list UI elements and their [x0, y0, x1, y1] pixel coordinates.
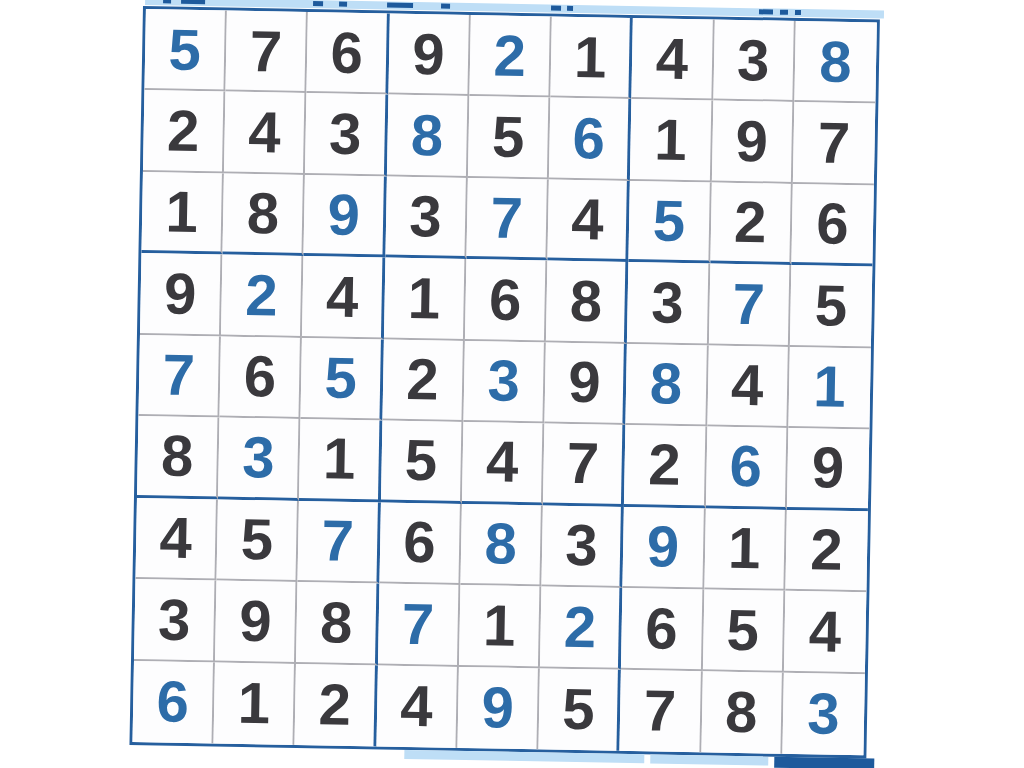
top-strip-fragment [795, 10, 801, 15]
sudoku-board: 5769214382438561971893745269241683757652… [129, 6, 879, 758]
cell-r8c2[interactable]: 9 [215, 581, 298, 664]
top-strip-fragment [780, 10, 788, 15]
cell-digit: 5 [404, 431, 437, 490]
cell-digit: 8 [484, 515, 517, 574]
top-strip-fragment [441, 3, 450, 8]
top-strip-fragment [759, 9, 773, 14]
cell-digit: 9 [735, 112, 768, 171]
bottom-artifact-strip-dark [774, 757, 874, 768]
cell-digit: 6 [645, 599, 678, 658]
cell-r6c7[interactable]: 2 [624, 425, 707, 508]
cell-digit: 3 [807, 685, 840, 744]
cell-digit: 9 [568, 353, 601, 412]
top-strip-fragment [567, 6, 573, 11]
cell-digit: 2 [493, 26, 526, 85]
cell-digit: 7 [643, 682, 676, 741]
cell-r1c6[interactable]: 1 [550, 16, 633, 99]
cell-digit: 5 [240, 510, 273, 569]
cell-r3c6[interactable]: 4 [548, 179, 631, 262]
cell-digit: 1 [165, 183, 198, 242]
cell-r8c9[interactable]: 4 [784, 591, 867, 674]
cell-r1c4[interactable]: 9 [388, 14, 471, 97]
cell-r1c9[interactable]: 8 [794, 21, 877, 104]
cell-digit: 9 [239, 592, 272, 651]
cell-r7c7[interactable]: 9 [623, 507, 706, 590]
cell-r2c7[interactable]: 1 [630, 99, 713, 182]
cell-digit: 5 [562, 680, 595, 739]
cell-digit: 4 [326, 267, 359, 326]
cell-r4c2[interactable]: 2 [221, 255, 304, 338]
cell-r9c5[interactable]: 9 [457, 666, 540, 749]
cell-digit: 3 [565, 516, 598, 575]
cell-digit: 7 [566, 434, 599, 493]
cell-r7c9[interactable]: 2 [785, 510, 868, 593]
cell-r3c8[interactable]: 2 [710, 182, 793, 265]
cell-r3c1[interactable]: 1 [141, 172, 224, 255]
cell-digit: 8 [819, 32, 852, 91]
cell-digit: 7 [162, 346, 195, 405]
cell-digit: 3 [487, 352, 520, 411]
cell-digit: 1 [654, 111, 687, 170]
cell-r8c8[interactable]: 5 [702, 589, 785, 672]
cell-r5c3[interactable]: 5 [301, 338, 384, 421]
cell-r9c7[interactable]: 7 [620, 669, 703, 752]
cell-r1c8[interactable]: 3 [713, 19, 796, 102]
cell-digit: 1 [407, 269, 440, 328]
cell-digit: 7 [249, 22, 282, 81]
cell-r2c4[interactable]: 8 [387, 95, 470, 178]
cell-r8c3[interactable]: 8 [296, 582, 379, 665]
cell-digit: 6 [243, 347, 276, 406]
top-strip-fragment [387, 2, 413, 7]
cell-digit: 8 [320, 593, 353, 652]
cell-r1c2[interactable]: 7 [226, 11, 309, 94]
cell-digit: 1 [813, 358, 846, 417]
cell-r4c8[interactable]: 7 [708, 264, 791, 347]
cell-digit: 8 [161, 427, 194, 486]
cell-r2c3[interactable]: 3 [305, 93, 388, 176]
cell-r3c5[interactable]: 7 [466, 178, 549, 261]
cell-digit: 6 [572, 109, 605, 168]
cell-r9c2[interactable]: 1 [214, 662, 297, 745]
top-strip-fragment [551, 5, 561, 10]
cell-r6c5[interactable]: 4 [462, 422, 545, 505]
cell-digit: 5 [814, 276, 847, 335]
cell-digit: 4 [655, 29, 688, 88]
cell-digit: 6 [330, 23, 363, 82]
cell-r2c6[interactable]: 6 [549, 98, 632, 181]
cell-digit: 5 [652, 191, 685, 250]
cell-r8c7[interactable]: 6 [621, 588, 704, 671]
cell-digit: 9 [811, 439, 844, 498]
cell-r1c7[interactable]: 4 [632, 18, 715, 101]
cell-r2c1[interactable]: 2 [143, 90, 226, 173]
cell-digit: 2 [810, 521, 843, 580]
cell-r6c2[interactable]: 3 [218, 418, 301, 501]
cell-r2c8[interactable]: 9 [711, 101, 794, 184]
cell-digit: 9 [327, 186, 360, 245]
cell-digit: 7 [401, 595, 434, 654]
cell-r8c5[interactable]: 1 [459, 585, 542, 668]
cell-r5c9[interactable]: 1 [788, 347, 871, 430]
top-strip-fragment [181, 0, 205, 4]
cell-r3c3[interactable]: 9 [304, 175, 387, 258]
cell-r7c8[interactable]: 1 [704, 508, 787, 591]
cell-digit: 3 [329, 105, 362, 164]
cell-r4c7[interactable]: 3 [627, 262, 710, 345]
cell-r6c8[interactable]: 6 [705, 427, 788, 510]
cell-digit: 4 [571, 190, 604, 249]
cell-digit: 2 [245, 266, 278, 325]
cell-r7c4[interactable]: 6 [379, 502, 462, 585]
cell-r5c6[interactable]: 9 [545, 342, 628, 425]
cell-digit: 3 [409, 187, 442, 246]
cell-digit: 2 [318, 676, 351, 735]
cell-r4c4[interactable]: 1 [384, 258, 467, 341]
top-strip-fragment [339, 2, 347, 7]
cell-digit: 5 [324, 349, 357, 408]
cell-r2c5[interactable]: 5 [468, 96, 551, 179]
cell-r7c1[interactable]: 4 [135, 498, 218, 581]
cell-r6c4[interactable]: 5 [381, 421, 464, 504]
cell-digit: 7 [321, 512, 354, 571]
cell-digit: 3 [737, 31, 770, 90]
cell-digit: 2 [406, 350, 439, 409]
cell-digit: 7 [732, 275, 765, 334]
cell-digit: 8 [410, 106, 443, 165]
cell-r7c2[interactable]: 5 [217, 499, 300, 582]
cell-r5c2[interactable]: 6 [220, 336, 303, 419]
cell-digit: 1 [323, 430, 356, 489]
cell-digit: 4 [400, 677, 433, 736]
cell-digit: 5 [726, 601, 759, 660]
cell-r8c1[interactable]: 3 [134, 579, 217, 662]
cell-r6c3[interactable]: 1 [299, 419, 382, 502]
cell-digit: 9 [164, 264, 197, 323]
cell-r9c1[interactable]: 6 [133, 660, 216, 743]
cell-r5c8[interactable]: 4 [707, 345, 790, 428]
cell-r9c8[interactable]: 8 [701, 671, 784, 754]
cell-digit: 6 [729, 437, 762, 496]
cell-r7c3[interactable]: 7 [298, 501, 381, 584]
cell-r2c9[interactable]: 7 [793, 102, 876, 185]
cell-r6c9[interactable]: 9 [787, 428, 870, 511]
cell-r9c6[interactable]: 5 [539, 668, 622, 751]
cell-digit: 8 [725, 683, 758, 742]
cell-digit: 9 [646, 518, 679, 577]
cell-r3c4[interactable]: 3 [385, 176, 468, 259]
cell-digit: 6 [403, 513, 436, 572]
cell-digit: 5 [168, 20, 201, 79]
sudoku-grid: 5769214382438561971893745269241683757652… [129, 6, 879, 758]
cell-digit: 2 [648, 436, 681, 495]
cell-r9c4[interactable]: 4 [376, 665, 459, 748]
cell-r1c5[interactable]: 2 [469, 15, 552, 98]
cell-digit: 4 [808, 602, 841, 661]
cell-digit: 9 [412, 25, 445, 84]
cell-r8c4[interactable]: 7 [378, 584, 461, 667]
cell-digit: 1 [483, 596, 516, 655]
cell-r3c9[interactable]: 6 [791, 184, 874, 267]
cell-r5c5[interactable]: 3 [463, 341, 546, 424]
cell-digit: 1 [574, 28, 607, 87]
cell-digit: 6 [816, 194, 849, 253]
cell-digit: 8 [649, 355, 682, 414]
cell-r4c1[interactable]: 9 [140, 253, 223, 336]
cell-r4c6[interactable]: 8 [546, 261, 629, 344]
cell-r7c5[interactable]: 8 [460, 504, 543, 587]
cell-digit: 1 [728, 519, 761, 578]
cell-digit: 2 [167, 102, 200, 161]
cell-digit: 5 [491, 108, 524, 167]
cell-r1c1[interactable]: 5 [144, 9, 227, 92]
cell-digit: 6 [489, 270, 522, 329]
cell-digit: 4 [248, 103, 281, 162]
cell-r9c3[interactable]: 2 [295, 663, 378, 746]
cell-digit: 6 [156, 673, 189, 732]
cell-digit: 3 [158, 590, 191, 649]
cell-digit: 2 [734, 193, 767, 252]
cell-r4c9[interactable]: 5 [790, 265, 873, 348]
cell-r3c7[interactable]: 5 [629, 181, 712, 264]
cell-digit: 8 [569, 272, 602, 331]
cell-r5c1[interactable]: 7 [138, 335, 221, 418]
cell-r2c2[interactable]: 4 [224, 92, 307, 175]
cell-digit: 8 [246, 184, 279, 243]
cell-digit: 4 [731, 356, 764, 415]
cell-digit: 4 [159, 509, 192, 568]
cell-digit: 3 [242, 428, 275, 487]
cell-digit: 9 [481, 679, 514, 738]
cell-r6c6[interactable]: 7 [543, 424, 626, 507]
cell-r6c1[interactable]: 8 [137, 416, 220, 499]
cell-digit: 7 [817, 114, 850, 173]
bottom-artifact-strip [650, 754, 768, 765]
cell-r4c3[interactable]: 4 [302, 256, 385, 339]
top-strip-fragment [163, 0, 171, 4]
cell-digit: 3 [651, 273, 684, 332]
cell-r5c4[interactable]: 2 [382, 339, 465, 422]
cell-r1c3[interactable]: 6 [307, 12, 390, 95]
cell-r9c9[interactable]: 3 [782, 672, 865, 755]
top-strip-fragment [313, 1, 323, 6]
cell-r8c6[interactable]: 2 [540, 587, 623, 670]
cell-r5c7[interactable]: 8 [626, 344, 709, 427]
cell-digit: 4 [486, 433, 519, 492]
cell-r4c5[interactable]: 6 [465, 259, 548, 342]
cell-digit: 1 [237, 674, 270, 733]
cell-digit: 7 [490, 189, 523, 248]
cell-digit: 2 [563, 598, 596, 657]
cell-r7c6[interactable]: 3 [542, 505, 625, 588]
cell-r3c2[interactable]: 8 [223, 173, 306, 256]
